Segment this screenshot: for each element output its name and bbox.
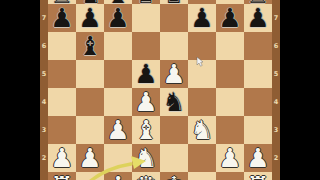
square-h1[interactable] bbox=[244, 172, 272, 180]
square-g7[interactable] bbox=[216, 4, 244, 32]
square-c4[interactable] bbox=[104, 88, 132, 116]
square-c1[interactable] bbox=[104, 172, 132, 180]
square-c2[interactable] bbox=[104, 144, 132, 172]
square-g5[interactable] bbox=[216, 60, 244, 88]
square-f4[interactable] bbox=[188, 88, 216, 116]
rank-label-left-6: 6 bbox=[40, 42, 48, 50]
square-b4[interactable] bbox=[76, 88, 104, 116]
rank-label-right-2: 2 bbox=[272, 154, 280, 162]
square-a4[interactable] bbox=[48, 88, 76, 116]
rank-label-right-7: 7 bbox=[272, 14, 280, 22]
square-c7[interactable] bbox=[104, 4, 132, 32]
square-a1[interactable] bbox=[48, 172, 76, 180]
rank-label-left-3: 3 bbox=[40, 126, 48, 134]
square-g1[interactable] bbox=[216, 172, 244, 180]
square-h3[interactable] bbox=[244, 116, 272, 144]
square-b2[interactable] bbox=[76, 144, 104, 172]
square-h5[interactable] bbox=[244, 60, 272, 88]
square-a7[interactable] bbox=[48, 4, 76, 32]
square-e2[interactable] bbox=[160, 144, 188, 172]
square-a6[interactable] bbox=[48, 32, 76, 60]
square-g6[interactable] bbox=[216, 32, 244, 60]
square-e7[interactable] bbox=[160, 4, 188, 32]
rank-label-right-6: 6 bbox=[272, 42, 280, 50]
rank-label-left-2: 2 bbox=[40, 154, 48, 162]
square-a2[interactable] bbox=[48, 144, 76, 172]
square-d5[interactable] bbox=[132, 60, 160, 88]
square-b1[interactable] bbox=[76, 172, 104, 180]
square-f7[interactable] bbox=[188, 4, 216, 32]
square-c3[interactable] bbox=[104, 116, 132, 144]
square-c5[interactable] bbox=[104, 60, 132, 88]
square-f6[interactable] bbox=[188, 32, 216, 60]
square-b7[interactable] bbox=[76, 4, 104, 32]
square-d2[interactable] bbox=[132, 144, 160, 172]
rank-label-right-4: 4 bbox=[272, 98, 280, 106]
square-e4[interactable] bbox=[160, 88, 188, 116]
square-e3[interactable] bbox=[160, 116, 188, 144]
square-h2[interactable] bbox=[244, 144, 272, 172]
square-b3[interactable] bbox=[76, 116, 104, 144]
square-a5[interactable] bbox=[48, 60, 76, 88]
square-g4[interactable] bbox=[216, 88, 244, 116]
square-d6[interactable] bbox=[132, 32, 160, 60]
chessboard-screenshot: 7654321 7654321 ♜♞♝♛♚♜♟♟♟♟♟♟♝♟♟♟♞♟♝♞♟♟♞♟… bbox=[0, 0, 320, 180]
rank-label-left-4: 4 bbox=[40, 98, 48, 106]
square-d3[interactable] bbox=[132, 116, 160, 144]
square-g3[interactable] bbox=[216, 116, 244, 144]
square-e1[interactable] bbox=[160, 172, 188, 180]
square-h7[interactable] bbox=[244, 4, 272, 32]
square-b5[interactable] bbox=[76, 60, 104, 88]
rank-label-right-3: 3 bbox=[272, 126, 280, 134]
square-f3[interactable] bbox=[188, 116, 216, 144]
square-d1[interactable] bbox=[132, 172, 160, 180]
square-f1[interactable] bbox=[188, 172, 216, 180]
square-e5[interactable] bbox=[160, 60, 188, 88]
square-d7[interactable] bbox=[132, 4, 160, 32]
square-h4[interactable] bbox=[244, 88, 272, 116]
rank-label-right-5: 5 bbox=[272, 70, 280, 78]
square-b6[interactable] bbox=[76, 32, 104, 60]
square-f5[interactable] bbox=[188, 60, 216, 88]
rank-label-left-7: 7 bbox=[40, 14, 48, 22]
square-g2[interactable] bbox=[216, 144, 244, 172]
board-squares bbox=[48, 0, 272, 180]
square-a3[interactable] bbox=[48, 116, 76, 144]
square-f2[interactable] bbox=[188, 144, 216, 172]
rank-label-left-5: 5 bbox=[40, 70, 48, 78]
square-d4[interactable] bbox=[132, 88, 160, 116]
square-e6[interactable] bbox=[160, 32, 188, 60]
square-c6[interactable] bbox=[104, 32, 132, 60]
square-h6[interactable] bbox=[244, 32, 272, 60]
